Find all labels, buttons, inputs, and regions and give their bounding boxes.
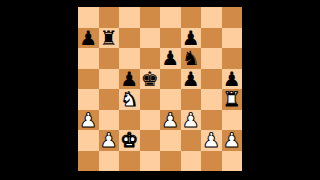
square-h7[interactable] (222, 28, 243, 49)
square-e7[interactable] (160, 28, 181, 49)
square-e2[interactable] (160, 130, 181, 151)
chess-board: ♟♜♟♟♞♟♚♟♟♞♜♟♟♟♟♚♟♟ (78, 7, 242, 171)
square-f5[interactable]: ♟ (181, 69, 202, 90)
square-d2[interactable] (140, 130, 161, 151)
square-h4[interactable]: ♜ (222, 89, 243, 110)
square-h1[interactable] (222, 151, 243, 172)
square-b5[interactable] (99, 69, 120, 90)
square-f7[interactable]: ♟ (181, 28, 202, 49)
square-e5[interactable] (160, 69, 181, 90)
square-a6[interactable] (78, 48, 99, 69)
square-d8[interactable] (140, 7, 161, 28)
square-h3[interactable] (222, 110, 243, 131)
square-b8[interactable] (99, 7, 120, 28)
square-g3[interactable] (201, 110, 222, 131)
black-rook-piece[interactable]: ♜ (100, 28, 118, 48)
square-h2[interactable]: ♟ (222, 130, 243, 151)
square-b1[interactable] (99, 151, 120, 172)
white-pawn-piece[interactable]: ♟ (100, 130, 118, 150)
square-c1[interactable] (119, 151, 140, 172)
white-knight-piece[interactable]: ♞ (120, 89, 138, 109)
square-f3[interactable]: ♟ (181, 110, 202, 131)
black-knight-piece[interactable]: ♞ (182, 48, 200, 68)
square-b3[interactable] (99, 110, 120, 131)
square-f4[interactable] (181, 89, 202, 110)
square-e4[interactable] (160, 89, 181, 110)
square-b2[interactable]: ♟ (99, 130, 120, 151)
square-c2[interactable]: ♚ (119, 130, 140, 151)
square-g7[interactable] (201, 28, 222, 49)
white-rook-piece[interactable]: ♜ (223, 89, 241, 109)
square-h6[interactable] (222, 48, 243, 69)
square-e1[interactable] (160, 151, 181, 172)
square-h8[interactable] (222, 7, 243, 28)
black-pawn-piece[interactable]: ♟ (182, 28, 200, 48)
square-f1[interactable] (181, 151, 202, 172)
square-g1[interactable] (201, 151, 222, 172)
square-a8[interactable] (78, 7, 99, 28)
square-c8[interactable] (119, 7, 140, 28)
square-f2[interactable] (181, 130, 202, 151)
square-c5[interactable]: ♟ (119, 69, 140, 90)
square-a5[interactable] (78, 69, 99, 90)
square-c7[interactable] (119, 28, 140, 49)
background: ♟♜♟♟♞♟♚♟♟♞♜♟♟♟♟♚♟♟ (0, 0, 320, 180)
square-b7[interactable]: ♜ (99, 28, 120, 49)
square-b6[interactable] (99, 48, 120, 69)
square-a2[interactable] (78, 130, 99, 151)
white-pawn-piece[interactable]: ♟ (182, 110, 200, 130)
square-e3[interactable]: ♟ (160, 110, 181, 131)
white-pawn-piece[interactable]: ♟ (161, 110, 179, 130)
square-a4[interactable] (78, 89, 99, 110)
square-a1[interactable] (78, 151, 99, 172)
square-d6[interactable] (140, 48, 161, 69)
square-d4[interactable] (140, 89, 161, 110)
white-pawn-piece[interactable]: ♟ (202, 130, 220, 150)
black-king-piece[interactable]: ♚ (141, 69, 159, 89)
square-c6[interactable] (119, 48, 140, 69)
white-pawn-piece[interactable]: ♟ (79, 110, 97, 130)
black-pawn-piece[interactable]: ♟ (161, 48, 179, 68)
square-d3[interactable] (140, 110, 161, 131)
square-d5[interactable]: ♚ (140, 69, 161, 90)
square-b4[interactable] (99, 89, 120, 110)
square-a7[interactable]: ♟ (78, 28, 99, 49)
square-d7[interactable] (140, 28, 161, 49)
square-g2[interactable]: ♟ (201, 130, 222, 151)
black-pawn-piece[interactable]: ♟ (120, 69, 138, 89)
white-king-piece[interactable]: ♚ (120, 130, 138, 150)
square-g8[interactable] (201, 7, 222, 28)
black-pawn-piece[interactable]: ♟ (182, 69, 200, 89)
square-e6[interactable]: ♟ (160, 48, 181, 69)
square-h5[interactable]: ♟ (222, 69, 243, 90)
black-pawn-piece[interactable]: ♟ (223, 69, 241, 89)
square-a3[interactable]: ♟ (78, 110, 99, 131)
square-d1[interactable] (140, 151, 161, 172)
square-g5[interactable] (201, 69, 222, 90)
square-e8[interactable] (160, 7, 181, 28)
square-c4[interactable]: ♞ (119, 89, 140, 110)
square-g6[interactable] (201, 48, 222, 69)
square-f6[interactable]: ♞ (181, 48, 202, 69)
white-pawn-piece[interactable]: ♟ (223, 130, 241, 150)
square-f8[interactable] (181, 7, 202, 28)
square-g4[interactable] (201, 89, 222, 110)
square-c3[interactable] (119, 110, 140, 131)
black-pawn-piece[interactable]: ♟ (79, 28, 97, 48)
